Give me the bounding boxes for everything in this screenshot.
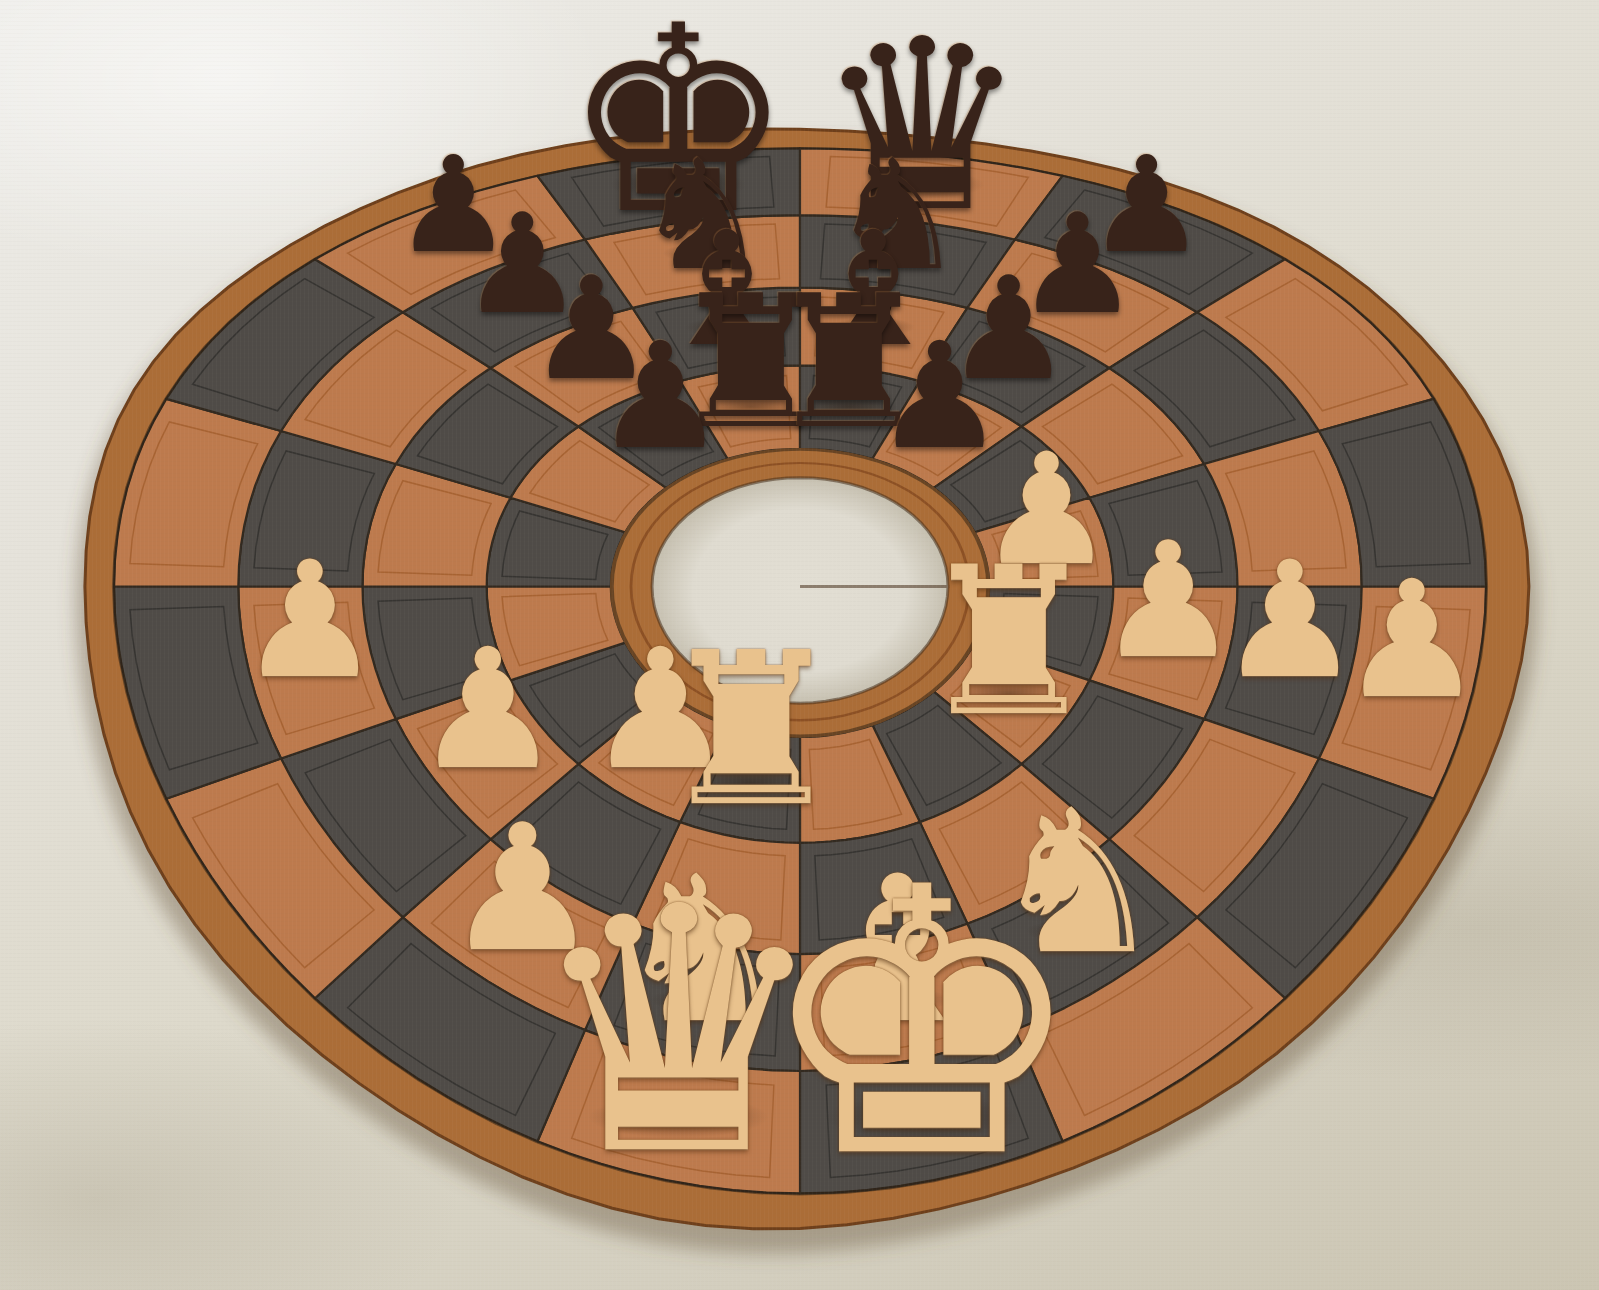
white-rook[interactable]: ♜: [656, 625, 845, 836]
white-pawn[interactable]: ♟: [1339, 559, 1484, 721]
white-queen[interactable]: ♛: [526, 862, 830, 1201]
white-pawn[interactable]: ♟: [238, 540, 382, 701]
white-pawn[interactable]: ♟: [413, 627, 562, 793]
white-rook[interactable]: ♜: [917, 541, 1101, 746]
pieces-layer: ♚♛♞♞♝♝♜♜♟♟♟♟♟♟♟♟♚♛♝♞♞♜♜♟♟♟♟♟♟♟♟: [0, 0, 1599, 1290]
dark-pawn[interactable]: ♟: [595, 323, 727, 470]
photo-scene: ♚♛♞♞♝♝♜♜♟♟♟♟♟♟♟♟♚♛♝♞♞♜♜♟♟♟♟♟♟♟♟: [0, 0, 1599, 1290]
